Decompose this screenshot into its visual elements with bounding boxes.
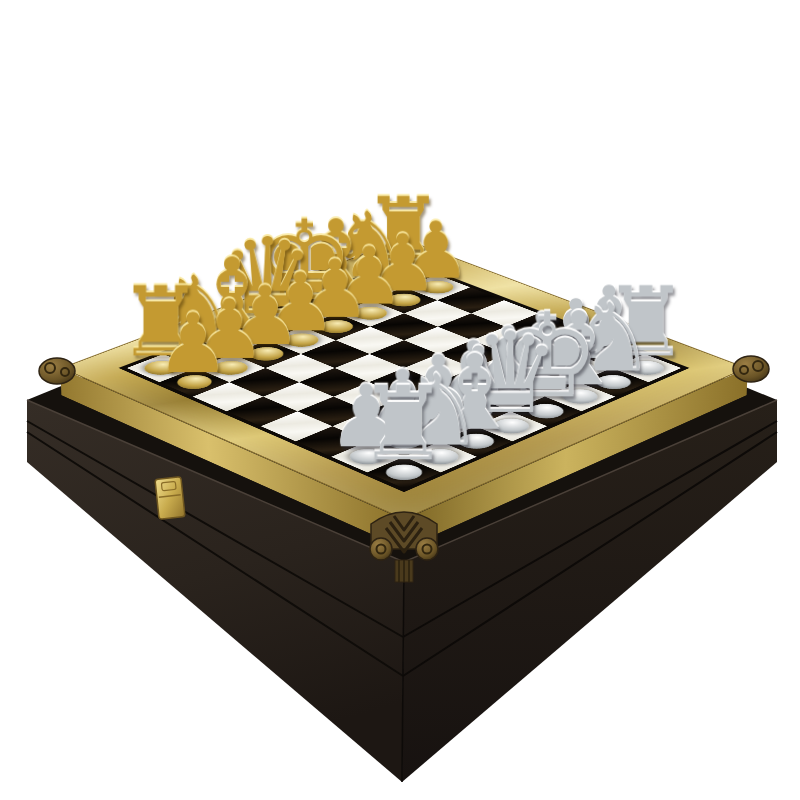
chess-board-assembly: ♜♞♝♛♚♝♞♜♟♟♟♟♟♟♟♟♟♟♟♟♟♟♟♟♜♞♝♛♚♝♞♜ [60,238,747,519]
case-clasp [155,477,185,519]
pieces-layer: ♜♞♝♛♚♝♞♜♟♟♟♟♟♟♟♟♟♟♟♟♟♟♟♟♜♞♝♛♚♝♞♜ [60,238,747,519]
product-photo-scene: ♜♞♝♛♚♝♞♜♟♟♟♟♟♟♟♟♟♟♟♟♟♟♟♟♜♞♝♛♚♝♞♜ [0,0,800,800]
case-front-corner-edge [402,562,404,782]
piece-glyph: ♜ [351,377,455,474]
piece-glyph: ♟ [144,304,243,383]
